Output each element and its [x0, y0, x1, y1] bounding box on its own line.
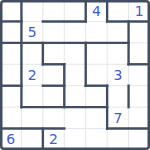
cell-r3c7[interactable] [129, 43, 150, 64]
cell-r2c4[interactable] [64, 21, 85, 42]
cell-r4c4[interactable] [64, 64, 85, 85]
cell-r3c6[interactable] [107, 43, 128, 64]
cell-r7c7[interactable] [129, 129, 150, 150]
cell-r1c4[interactable] [64, 0, 85, 21]
cell-r7c4[interactable] [64, 129, 85, 150]
cell-r6c3[interactable] [43, 107, 64, 128]
given-digit-r6c6: 7 [113, 110, 122, 126]
given-digit-r2c2: 5 [28, 24, 37, 40]
cell-r7c6[interactable] [107, 129, 128, 150]
cell-r3c4[interactable] [64, 43, 85, 64]
cell-r5c7[interactable] [129, 86, 150, 107]
cell-r6c2[interactable] [21, 107, 42, 128]
board-svg: 41523762 [0, 0, 150, 150]
given-digit-r1c5: 4 [92, 3, 101, 19]
cell-r5c4[interactable] [64, 86, 85, 107]
given-digit-r7c3: 2 [49, 131, 58, 147]
given-digit-r7c1: 6 [6, 131, 15, 147]
cell-r2c5[interactable] [86, 21, 107, 42]
puzzle-board: 41523762 [0, 0, 150, 150]
cell-r1c1[interactable] [0, 0, 21, 21]
cell-r2c6[interactable] [107, 21, 128, 42]
cell-r3c5[interactable] [86, 43, 107, 64]
cell-r4c1[interactable] [0, 64, 21, 85]
cell-r4c3[interactable] [43, 64, 64, 85]
cell-r2c1[interactable] [0, 21, 21, 42]
cell-r6c4[interactable] [64, 107, 85, 128]
cell-r5c1[interactable] [0, 86, 21, 107]
cell-r7c2[interactable] [21, 129, 42, 150]
cell-r2c3[interactable] [43, 21, 64, 42]
cell-r5c6[interactable] [107, 86, 128, 107]
given-digit-r1c7: 1 [135, 3, 144, 19]
cell-r2c7[interactable] [129, 21, 150, 42]
cell-r1c3[interactable] [43, 0, 64, 21]
cell-r3c1[interactable] [0, 43, 21, 64]
cell-r5c3[interactable] [43, 86, 64, 107]
cell-r1c6[interactable] [107, 0, 128, 21]
cell-r6c1[interactable] [0, 107, 21, 128]
cell-r6c7[interactable] [129, 107, 150, 128]
cell-r5c5[interactable] [86, 86, 107, 107]
given-digit-r4c2: 2 [28, 67, 37, 83]
cell-r5c2[interactable] [21, 86, 42, 107]
given-digit-r4c6: 3 [113, 67, 122, 83]
cell-r4c5[interactable] [86, 64, 107, 85]
cell-r3c3[interactable] [43, 43, 64, 64]
cell-r1c2[interactable] [21, 0, 42, 21]
cell-r7c5[interactable] [86, 129, 107, 150]
cell-r4c7[interactable] [129, 64, 150, 85]
cell-r3c2[interactable] [21, 43, 42, 64]
cell-r6c5[interactable] [86, 107, 107, 128]
